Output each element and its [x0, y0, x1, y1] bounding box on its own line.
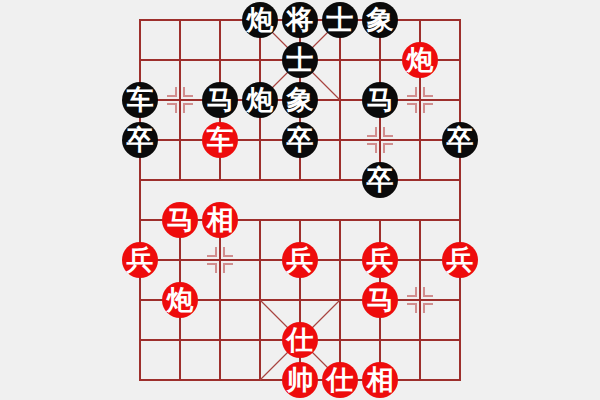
piece-red-elephant[interactable]: 相	[202, 202, 238, 238]
point-marker-corner	[207, 247, 217, 257]
piece-red-advisor[interactable]: 仕	[282, 322, 318, 358]
point-marker-corner	[183, 87, 193, 97]
piece-black-cannon[interactable]: 炮	[242, 2, 278, 38]
point-marker-corner	[407, 103, 417, 113]
point-marker-corner	[223, 247, 233, 257]
point-marker-corner	[383, 143, 393, 153]
point-marker-corner	[423, 287, 433, 297]
piece-red-cannon[interactable]: 炮	[162, 282, 198, 318]
piece-black-soldier[interactable]: 卒	[442, 122, 478, 158]
point-marker-corner	[167, 103, 177, 113]
piece-red-advisor[interactable]: 仕	[322, 362, 358, 398]
point-marker	[407, 87, 433, 113]
piece-black-soldier[interactable]: 卒	[122, 122, 158, 158]
piece-black-advisor[interactable]: 士	[322, 2, 358, 38]
point-marker-corner	[367, 127, 377, 137]
point-marker-corner	[423, 87, 433, 97]
piece-black-general[interactable]: 将	[282, 2, 318, 38]
point-marker	[207, 247, 233, 273]
piece-black-elephant[interactable]: 象	[282, 82, 318, 118]
piece-black-chariot[interactable]: 车	[122, 82, 158, 118]
point-marker-corner	[423, 303, 433, 313]
piece-red-chariot[interactable]: 车	[202, 122, 238, 158]
point-marker-corner	[407, 87, 417, 97]
point-marker-corner	[167, 87, 177, 97]
piece-red-horse[interactable]: 马	[362, 282, 398, 318]
point-marker-corner	[423, 103, 433, 113]
piece-black-advisor[interactable]: 士	[282, 42, 318, 78]
piece-red-soldier[interactable]: 兵	[282, 242, 318, 278]
point-marker	[167, 87, 193, 113]
point-marker-corner	[407, 303, 417, 313]
piece-red-horse[interactable]: 马	[162, 202, 198, 238]
point-marker-corner	[223, 263, 233, 273]
piece-black-horse[interactable]: 马	[202, 82, 238, 118]
xiangqi-app: 炮将士象士炮车马炮象马卒车卒卒卒马相兵兵兵兵炮马仕帅仕相	[0, 0, 600, 400]
point-marker-corner	[183, 103, 193, 113]
piece-red-soldier[interactable]: 兵	[362, 242, 398, 278]
piece-black-soldier[interactable]: 卒	[362, 162, 398, 198]
piece-red-soldier[interactable]: 兵	[442, 242, 478, 278]
piece-red-elephant[interactable]: 相	[362, 362, 398, 398]
point-marker-corner	[367, 143, 377, 153]
point-marker	[407, 287, 433, 313]
piece-black-cannon[interactable]: 炮	[242, 82, 278, 118]
piece-red-soldier[interactable]: 兵	[122, 242, 158, 278]
piece-red-general[interactable]: 帅	[282, 362, 318, 398]
point-marker-corner	[207, 263, 217, 273]
point-marker-corner	[407, 287, 417, 297]
piece-red-cannon[interactable]: 炮	[402, 42, 438, 78]
xiangqi-board: 炮将士象士炮车马炮象马卒车卒卒卒马相兵兵兵兵炮马仕帅仕相	[120, 0, 480, 400]
piece-black-horse[interactable]: 马	[362, 82, 398, 118]
point-marker-corner	[383, 127, 393, 137]
point-marker	[367, 127, 393, 153]
piece-black-elephant[interactable]: 象	[362, 2, 398, 38]
piece-black-soldier[interactable]: 卒	[282, 122, 318, 158]
